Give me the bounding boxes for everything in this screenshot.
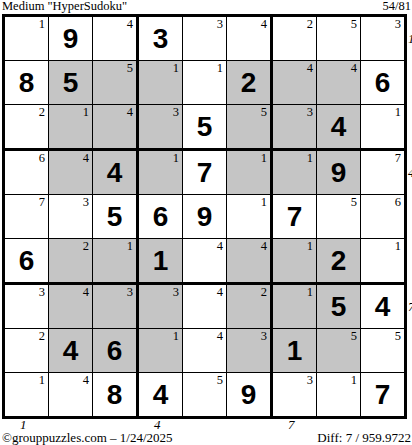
cell-r5c4[interactable]: 6 — [139, 195, 183, 239]
pencil-mark: 5 — [351, 330, 357, 343]
cell-r3c6[interactable]: 5 — [227, 105, 273, 151]
cell-r4c9[interactable]: 7 — [361, 151, 404, 195]
cell-r6c4[interactable]: 1 — [139, 239, 183, 285]
given-digit: 4 — [331, 112, 347, 141]
cell-r2c3[interactable]: 5 — [93, 61, 139, 105]
given-digit: 7 — [287, 202, 303, 231]
cell-r6c6[interactable]: 4 — [227, 239, 273, 285]
pencil-mark: 1 — [307, 152, 313, 165]
pencil-mark: 3 — [217, 18, 223, 31]
difficulty-text: Diff: 7 / 959.9722 — [317, 431, 411, 444]
pencil-mark: 4 — [217, 330, 223, 343]
given-digit: 2 — [331, 246, 347, 275]
pencil-mark: 2 — [261, 286, 267, 299]
cell-r4c7[interactable]: 1 — [273, 151, 317, 195]
pencil-mark: 4 — [127, 18, 133, 31]
cell-r4c3[interactable]: 4 — [93, 151, 139, 195]
cell-r3c3[interactable]: 4 — [93, 105, 139, 151]
given-digit: 9 — [331, 158, 347, 187]
cell-r6c7[interactable]: 1 — [273, 239, 317, 285]
pencil-mark: 4 — [351, 62, 357, 75]
pencil-mark: 5 — [395, 330, 401, 343]
progress-counter: 54/81 — [383, 0, 411, 13]
cell-r9c6[interactable]: 9 — [227, 373, 273, 416]
cell-r2c2[interactable]: 5 — [49, 61, 93, 105]
cell-r1c2[interactable]: 9 — [49, 17, 93, 61]
cell-r3c2[interactable]: 1 — [49, 105, 93, 151]
cell-r7c6[interactable]: 2 — [227, 285, 273, 329]
cell-r1c1[interactable]: 1 — [5, 17, 49, 61]
cell-r8c6[interactable]: 3 — [227, 329, 273, 373]
pencil-mark: 1 — [173, 62, 179, 75]
pencil-mark: 1 — [395, 240, 401, 253]
cell-r2c7[interactable]: 4 — [273, 61, 317, 105]
cell-r1c3[interactable]: 4 — [93, 17, 139, 61]
pencil-mark: 2 — [39, 106, 45, 119]
cell-r1c9[interactable]: 3 — [361, 17, 404, 61]
row-label-1: 1 — [408, 32, 412, 45]
cell-r3c5[interactable]: 5 — [183, 105, 227, 151]
given-digit: 9 — [241, 380, 257, 409]
cell-r5c5[interactable]: 9 — [183, 195, 227, 239]
given-digit: 3 — [153, 24, 169, 53]
cell-r9c1[interactable]: 1 — [5, 373, 49, 416]
pencil-mark: 6 — [39, 152, 45, 165]
given-digit: 1 — [287, 336, 303, 365]
copyright-text: ©grouppuzzles.com – 1/24/2025 — [2, 431, 173, 444]
cell-r8c1[interactable]: 2 — [5, 329, 49, 373]
given-digit: 5 — [63, 68, 79, 97]
cell-r7c2[interactable]: 4 — [49, 285, 93, 329]
cell-r8c9[interactable]: 5 — [361, 329, 404, 373]
cell-r7c7[interactable]: 1 — [273, 285, 317, 329]
cell-r9c2[interactable]: 4 — [49, 373, 93, 416]
pencil-mark: 2 — [83, 240, 89, 253]
cell-r5c2[interactable]: 3 — [49, 195, 93, 239]
cell-r8c2[interactable]: 4 — [49, 329, 93, 373]
pencil-mark: 7 — [395, 152, 401, 165]
col-label-7: 7 — [288, 418, 295, 431]
cell-r2c5[interactable]: 1 — [183, 61, 227, 105]
pencil-mark: 5 — [351, 196, 357, 209]
cell-r4c4[interactable]: 1 — [139, 151, 183, 195]
pencil-mark: 3 — [83, 196, 89, 209]
cell-r6c3[interactable]: 1 — [93, 239, 139, 285]
pencil-mark: 4 — [217, 240, 223, 253]
given-digit: 7 — [375, 380, 391, 409]
row-label-4: 4 — [408, 166, 412, 179]
pencil-mark: 1 — [217, 62, 223, 75]
pencil-mark: 5 — [261, 106, 267, 119]
pencil-mark: 5 — [217, 374, 223, 387]
col-label-4: 4 — [154, 418, 161, 431]
cell-r7c1[interactable]: 3 — [5, 285, 49, 329]
pencil-mark: 3 — [173, 106, 179, 119]
pencil-mark: 1 — [307, 286, 313, 299]
cell-r6c8[interactable]: 2 — [317, 239, 361, 285]
cell-r2c1[interactable]: 8 — [5, 61, 49, 105]
cell-r8c7[interactable]: 1 — [273, 329, 317, 373]
cell-r4c8[interactable]: 9 — [317, 151, 361, 195]
cell-r7c9[interactable]: 4 — [361, 285, 404, 329]
cell-r5c8[interactable]: 5 — [317, 195, 361, 239]
cell-r3c1[interactable]: 2 — [5, 105, 49, 151]
cell-r3c7[interactable]: 3 — [273, 105, 317, 151]
cell-r9c7[interactable]: 3 — [273, 373, 317, 416]
pencil-mark: 5 — [351, 18, 357, 31]
pencil-mark: 1 — [39, 18, 45, 31]
cell-r6c9[interactable]: 1 — [361, 239, 404, 285]
given-digit: 9 — [197, 202, 213, 231]
cell-r3c4[interactable]: 3 — [139, 105, 183, 151]
given-digit: 8 — [107, 380, 123, 409]
given-digit: 9 — [63, 24, 79, 53]
given-digit: 6 — [19, 246, 35, 275]
footer: ©grouppuzzles.com – 1/24/2025 Diff: 7 / … — [2, 430, 411, 444]
pencil-mark: 1 — [307, 240, 313, 253]
cell-r5c7[interactable]: 7 — [273, 195, 317, 239]
given-digit: 4 — [107, 158, 123, 187]
pencil-mark: 3 — [395, 18, 401, 31]
pencil-mark: 3 — [307, 374, 313, 387]
pencil-mark: 2 — [307, 18, 313, 31]
cell-r7c8[interactable]: 5 — [317, 285, 361, 329]
pencil-mark: 7 — [39, 196, 45, 209]
pencil-mark: 3 — [307, 106, 313, 119]
given-digit: 1 — [153, 246, 169, 275]
given-digit: 5 — [107, 202, 123, 231]
cell-r8c8[interactable]: 5 — [317, 329, 361, 373]
pencil-mark: 1 — [261, 152, 267, 165]
cell-r7c5[interactable]: 4 — [183, 285, 227, 329]
pencil-mark: 4 — [261, 18, 267, 31]
cell-r6c1[interactable]: 6 — [5, 239, 49, 285]
cell-r6c2[interactable]: 2 — [49, 239, 93, 285]
cell-r1c7[interactable]: 2 — [273, 17, 317, 61]
given-digit: 4 — [63, 336, 79, 365]
pencil-mark: 2 — [39, 330, 45, 343]
cell-r7c3[interactable]: 3 — [93, 285, 139, 329]
cell-r9c8[interactable]: 1 — [317, 373, 361, 416]
given-digit: 5 — [331, 292, 347, 321]
cell-r3c9[interactable]: 1 — [361, 105, 404, 151]
pencil-mark: 1 — [261, 196, 267, 209]
pencil-mark: 1 — [395, 106, 401, 119]
cell-r4c6[interactable]: 1 — [227, 151, 273, 195]
cell-r2c6[interactable]: 2 — [227, 61, 273, 105]
pencil-mark: 6 — [395, 196, 401, 209]
pencil-mark: 4 — [83, 152, 89, 165]
pencil-mark: 4 — [127, 106, 133, 119]
cell-r3c8[interactable]: 4 — [317, 105, 361, 151]
cell-r7c4[interactable]: 3 — [139, 285, 183, 329]
cell-r4c2[interactable]: 4 — [49, 151, 93, 195]
given-digit: 4 — [153, 380, 169, 409]
cell-r5c3[interactable]: 5 — [93, 195, 139, 239]
cell-r2c9[interactable]: 6 — [361, 61, 404, 105]
cell-r8c5[interactable]: 4 — [183, 329, 227, 373]
pencil-mark: 4 — [83, 286, 89, 299]
given-digit: 5 — [197, 112, 213, 141]
cell-r1c4[interactable]: 3 — [139, 17, 183, 61]
cell-r5c9[interactable]: 6 — [361, 195, 404, 239]
sudoku-grid: 1943342538551124462143553416441711977356… — [2, 14, 407, 419]
page-title: Medium "HyperSudoku" — [2, 0, 127, 13]
pencil-mark: 4 — [217, 286, 223, 299]
given-digit: 6 — [153, 202, 169, 231]
cell-r2c4[interactable]: 1 — [139, 61, 183, 105]
pencil-mark: 1 — [173, 152, 179, 165]
cell-r5c1[interactable]: 7 — [5, 195, 49, 239]
given-digit: 7 — [197, 158, 213, 187]
pencil-mark: 1 — [173, 330, 179, 343]
pencil-mark: 4 — [307, 62, 313, 75]
pencil-mark: 3 — [39, 286, 45, 299]
cell-r4c5[interactable]: 7 — [183, 151, 227, 195]
cell-r6c5[interactable]: 4 — [183, 239, 227, 285]
cell-r9c9[interactable]: 7 — [361, 373, 404, 416]
cell-r2c8[interactable]: 4 — [317, 61, 361, 105]
cell-r5c6[interactable]: 1 — [227, 195, 273, 239]
pencil-mark: 1 — [351, 374, 357, 387]
row-label-7: 7 — [408, 300, 412, 313]
given-digit: 2 — [241, 68, 257, 97]
pencil-mark: 5 — [127, 62, 133, 75]
cell-r8c4[interactable]: 1 — [139, 329, 183, 373]
cell-r9c4[interactable]: 4 — [139, 373, 183, 416]
pencil-mark: 3 — [127, 286, 133, 299]
cell-r1c6[interactable]: 4 — [227, 17, 273, 61]
pencil-mark: 1 — [83, 106, 89, 119]
cell-r9c3[interactable]: 8 — [93, 373, 139, 416]
given-digit: 6 — [375, 68, 391, 97]
pencil-mark: 4 — [83, 374, 89, 387]
given-digit: 8 — [19, 68, 35, 97]
pencil-mark: 3 — [173, 286, 179, 299]
pencil-mark: 4 — [261, 240, 267, 253]
cell-r1c5[interactable]: 3 — [183, 17, 227, 61]
cell-r4c1[interactable]: 6 — [5, 151, 49, 195]
col-label-1: 1 — [20, 418, 27, 431]
cell-r1c8[interactable]: 5 — [317, 17, 361, 61]
pencil-mark: 1 — [127, 240, 133, 253]
cell-r8c3[interactable]: 6 — [93, 329, 139, 373]
header: Medium "HyperSudoku" 54/81 — [2, 0, 411, 14]
pencil-mark: 3 — [261, 330, 267, 343]
given-digit: 4 — [375, 292, 391, 321]
pencil-mark: 1 — [39, 374, 45, 387]
cell-r9c5[interactable]: 5 — [183, 373, 227, 416]
given-digit: 6 — [107, 336, 123, 365]
